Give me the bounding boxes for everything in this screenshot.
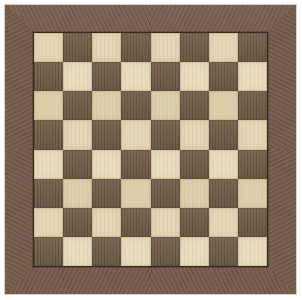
square-a1 <box>34 237 63 266</box>
square-c3 <box>92 179 121 208</box>
square-d5 <box>121 120 150 149</box>
square-g4 <box>209 150 238 179</box>
square-a3 <box>34 179 63 208</box>
square-h4 <box>238 150 267 179</box>
square-c4 <box>92 150 121 179</box>
square-b2 <box>63 208 92 237</box>
square-a4 <box>34 150 63 179</box>
square-g5 <box>209 120 238 149</box>
square-d3 <box>121 179 150 208</box>
square-a7 <box>34 62 63 91</box>
square-d4 <box>121 150 150 179</box>
square-c5 <box>92 120 121 149</box>
square-b7 <box>63 62 92 91</box>
square-g6 <box>209 91 238 120</box>
square-e5 <box>151 120 180 149</box>
square-e8 <box>151 33 180 62</box>
square-a8 <box>34 33 63 62</box>
square-a5 <box>34 120 63 149</box>
playing-field <box>33 32 268 267</box>
square-h2 <box>238 208 267 237</box>
board-grid <box>34 33 267 266</box>
square-g1 <box>209 237 238 266</box>
square-f2 <box>180 208 209 237</box>
square-h7 <box>238 62 267 91</box>
square-e1 <box>151 237 180 266</box>
square-g7 <box>209 62 238 91</box>
square-h8 <box>238 33 267 62</box>
square-f3 <box>180 179 209 208</box>
square-c7 <box>92 62 121 91</box>
square-e6 <box>151 91 180 120</box>
square-c2 <box>92 208 121 237</box>
square-d8 <box>121 33 150 62</box>
square-d6 <box>121 91 150 120</box>
square-h6 <box>238 91 267 120</box>
square-c8 <box>92 33 121 62</box>
chess-board <box>5 5 296 294</box>
square-e2 <box>151 208 180 237</box>
square-g8 <box>209 33 238 62</box>
square-f8 <box>180 33 209 62</box>
square-c1 <box>92 237 121 266</box>
square-g2 <box>209 208 238 237</box>
square-a6 <box>34 91 63 120</box>
square-d2 <box>121 208 150 237</box>
square-b1 <box>63 237 92 266</box>
square-b4 <box>63 150 92 179</box>
square-h1 <box>238 237 267 266</box>
square-f5 <box>180 120 209 149</box>
square-f6 <box>180 91 209 120</box>
square-f4 <box>180 150 209 179</box>
square-h5 <box>238 120 267 149</box>
square-e4 <box>151 150 180 179</box>
square-e7 <box>151 62 180 91</box>
square-d1 <box>121 237 150 266</box>
square-c6 <box>92 91 121 120</box>
square-e3 <box>151 179 180 208</box>
square-b3 <box>63 179 92 208</box>
product-photo <box>0 0 302 300</box>
square-d7 <box>121 62 150 91</box>
square-h3 <box>238 179 267 208</box>
square-b5 <box>63 120 92 149</box>
square-f7 <box>180 62 209 91</box>
square-b8 <box>63 33 92 62</box>
square-f1 <box>180 237 209 266</box>
square-g3 <box>209 179 238 208</box>
square-a2 <box>34 208 63 237</box>
square-b6 <box>63 91 92 120</box>
